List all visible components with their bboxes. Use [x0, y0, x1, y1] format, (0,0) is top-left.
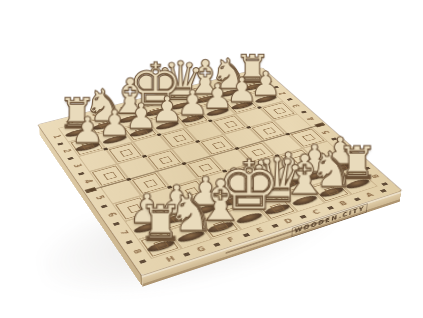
- corner-inlay-mark: [157, 133, 162, 136]
- coord-label: 2: [278, 91, 287, 95]
- scene: HGFEDCBA1♜♞♝♚♛♝♞♜12♟♟♟♟♟♟♟♟2334455667♟♟♟…: [0, 0, 423, 318]
- corner-inlay-mark: [246, 126, 252, 129]
- corner-inlay-mark: [257, 106, 262, 109]
- corner-inlay-mark: [208, 119, 213, 122]
- coord-label: C: [311, 209, 322, 216]
- coord-label: 3: [71, 164, 81, 169]
- coord-label: 6: [105, 212, 116, 218]
- coord-label: F: [226, 236, 236, 243]
- rook-glyph: ♜: [138, 200, 183, 249]
- pawn-glyph: ♟: [71, 113, 105, 149]
- product-photo-stage: HGFEDCBA1♜♞♝♚♛♝♞♜12♟♟♟♟♟♟♟♟2334455667♟♟♟…: [0, 0, 423, 318]
- coord-label: 1: [51, 135, 61, 140]
- coord-label: H: [165, 255, 177, 263]
- coord-label: 7: [117, 230, 128, 236]
- coord-label: 2: [60, 149, 70, 154]
- chess-board: HGFEDCBA1♜♞♝♚♛♝♞♜12♟♟♟♟♟♟♟♟2334455667♟♟♟…: [38, 68, 401, 275]
- board-leg-front-right: [142, 283, 153, 300]
- coord-label: 5: [93, 195, 104, 201]
- coord-label: A: [364, 192, 375, 199]
- coord-label: 4: [82, 179, 92, 184]
- coord-label: B: [338, 200, 349, 207]
- corner-inlay-mark: [195, 140, 201, 143]
- coord-label: 8: [130, 249, 142, 256]
- coord-label: D: [283, 217, 294, 224]
- coord-label: G: [196, 245, 207, 253]
- coord-label: 3: [292, 104, 302, 108]
- coord-label: 4: [306, 116, 316, 121]
- coord-label: E: [255, 227, 265, 234]
- board-top: HGFEDCBA1♜♞♝♚♛♝♞♜12♟♟♟♟♟♟♟♟2334455667♟♟♟…: [38, 68, 401, 275]
